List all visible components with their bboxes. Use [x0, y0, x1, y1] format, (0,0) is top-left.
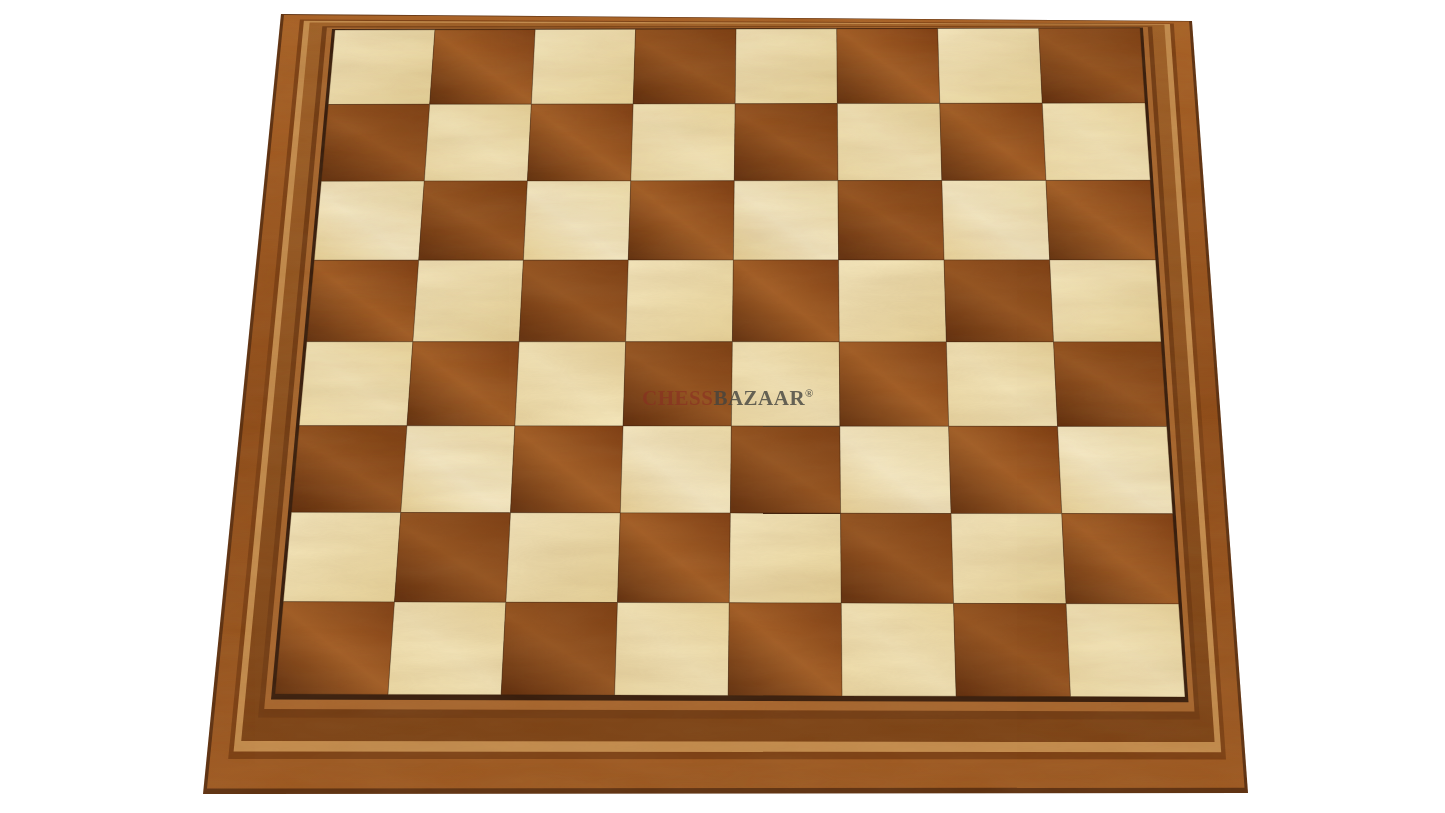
grain-light [203, 14, 1248, 794]
wood-grain-overlay [203, 14, 1248, 794]
chessboard [0, 0, 1445, 813]
chessboard-product-photo: CHESSBAZAAR® [0, 0, 1445, 813]
